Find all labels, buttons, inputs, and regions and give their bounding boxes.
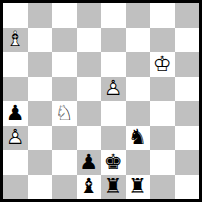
square-f5[interactable] (126, 77, 151, 102)
square-e7[interactable] (101, 28, 126, 53)
piece-white-knight: ♞♘ (55, 103, 74, 124)
black-king-glyph: ♚ (104, 152, 123, 173)
square-d8[interactable] (77, 3, 102, 28)
square-b5[interactable] (28, 77, 53, 102)
square-b2[interactable] (28, 150, 53, 175)
square-c1[interactable] (52, 175, 77, 200)
square-b3[interactable] (28, 126, 53, 151)
square-f6[interactable] (126, 52, 151, 77)
piece-black-pawn: ♟ (79, 152, 98, 173)
piece-black-knight: ♞ (128, 127, 147, 148)
square-c2[interactable] (52, 150, 77, 175)
square-g5[interactable] (150, 77, 175, 102)
square-g6[interactable]: ♚♔ (150, 52, 175, 77)
square-e2[interactable]: ♚ (101, 150, 126, 175)
square-h3[interactable] (175, 126, 200, 151)
square-f4[interactable] (126, 101, 151, 126)
piece-white-pawn: ♟♙ (104, 78, 123, 99)
square-e6[interactable] (101, 52, 126, 77)
square-g3[interactable] (150, 126, 175, 151)
white-bishop-glyph: ♗ (6, 29, 25, 50)
square-d3[interactable] (77, 126, 102, 151)
square-a6[interactable] (3, 52, 28, 77)
square-c3[interactable] (52, 126, 77, 151)
square-a1[interactable] (3, 175, 28, 200)
square-d5[interactable] (77, 77, 102, 102)
square-g8[interactable] (150, 3, 175, 28)
white-king-glyph: ♔ (153, 54, 172, 75)
square-f1[interactable]: ♜ (126, 175, 151, 200)
black-rook-glyph: ♜ (104, 176, 123, 197)
square-b7[interactable] (28, 28, 53, 53)
piece-black-pawn: ♟ (6, 103, 25, 124)
square-c5[interactable] (52, 77, 77, 102)
square-g7[interactable] (150, 28, 175, 53)
square-d4[interactable] (77, 101, 102, 126)
square-h1[interactable] (175, 175, 200, 200)
square-a5[interactable] (3, 77, 28, 102)
square-c7[interactable] (52, 28, 77, 53)
square-c4[interactable]: ♞♘ (52, 101, 77, 126)
square-d1[interactable]: ♝ (77, 175, 102, 200)
square-d2[interactable]: ♟ (77, 150, 102, 175)
square-g1[interactable] (150, 175, 175, 200)
piece-black-rook: ♜ (128, 176, 147, 197)
square-d6[interactable] (77, 52, 102, 77)
black-pawn-glyph: ♟ (6, 103, 25, 124)
square-a4[interactable]: ♟ (3, 101, 28, 126)
square-a2[interactable] (3, 150, 28, 175)
square-e3[interactable] (101, 126, 126, 151)
square-e1[interactable]: ♜ (101, 175, 126, 200)
piece-white-pawn: ♟♙ (6, 127, 25, 148)
white-pawn-glyph: ♙ (6, 127, 25, 148)
piece-white-king: ♚♔ (153, 54, 172, 75)
black-rook-glyph: ♜ (128, 176, 147, 197)
square-f3[interactable]: ♞ (126, 126, 151, 151)
square-a7[interactable]: ♝♗ (3, 28, 28, 53)
square-b1[interactable] (28, 175, 53, 200)
piece-white-bishop: ♝♗ (6, 29, 25, 50)
square-h7[interactable] (175, 28, 200, 53)
piece-black-bishop: ♝ (79, 176, 98, 197)
black-pawn-glyph: ♟ (79, 152, 98, 173)
square-a8[interactable] (3, 3, 28, 28)
square-f2[interactable] (126, 150, 151, 175)
square-b8[interactable] (28, 3, 53, 28)
square-h6[interactable] (175, 52, 200, 77)
square-f7[interactable] (126, 28, 151, 53)
square-e5[interactable]: ♟♙ (101, 77, 126, 102)
square-b4[interactable] (28, 101, 53, 126)
square-h2[interactable] (175, 150, 200, 175)
square-e4[interactable] (101, 101, 126, 126)
square-h5[interactable] (175, 77, 200, 102)
square-h8[interactable] (175, 3, 200, 28)
white-pawn-glyph: ♙ (104, 78, 123, 99)
square-c8[interactable] (52, 3, 77, 28)
square-h4[interactable] (175, 101, 200, 126)
piece-black-rook: ♜ (104, 176, 123, 197)
square-d7[interactable] (77, 28, 102, 53)
square-g4[interactable] (150, 101, 175, 126)
square-c6[interactable] (52, 52, 77, 77)
square-f8[interactable] (126, 3, 151, 28)
square-a3[interactable]: ♟♙ (3, 126, 28, 151)
white-knight-glyph: ♘ (55, 103, 74, 124)
black-knight-glyph: ♞ (128, 127, 147, 148)
chess-board: ♝♗♚♔♟♙♟♞♘♟♙♞♟♚♝♜♜ (0, 0, 202, 202)
square-g2[interactable] (150, 150, 175, 175)
black-bishop-glyph: ♝ (79, 176, 98, 197)
square-e8[interactable] (101, 3, 126, 28)
square-b6[interactable] (28, 52, 53, 77)
chess-diagram: ♝♗♚♔♟♙♟♞♘♟♙♞♟♚♝♜♜ (0, 0, 202, 202)
piece-black-king: ♚ (104, 152, 123, 173)
